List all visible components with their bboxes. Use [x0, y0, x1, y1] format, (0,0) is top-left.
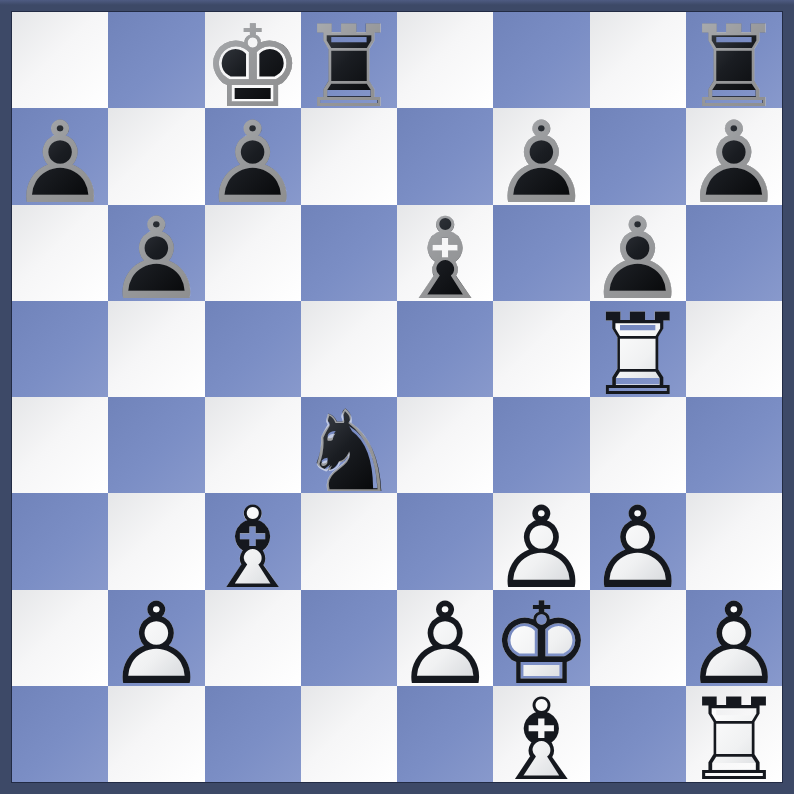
square-g2[interactable]	[590, 590, 686, 686]
square-a3[interactable]	[12, 493, 108, 589]
black-pawn-outline-glyph: ♙	[686, 115, 782, 211]
black-bishop[interactable]: ♝♗	[397, 205, 493, 301]
white-king[interactable]: ♚♔	[493, 590, 589, 686]
square-d3[interactable]	[301, 493, 397, 589]
black-knight-outline-glyph: ♘	[301, 404, 397, 500]
square-g1[interactable]	[590, 686, 686, 782]
square-e7[interactable]	[397, 108, 493, 204]
white-pawn-body-glyph: ♟	[590, 500, 686, 596]
black-rook-outline-glyph: ♖	[301, 19, 397, 115]
black-pawn-body-glyph: ♟	[108, 212, 204, 308]
white-pawn-outline-glyph: ♙	[108, 597, 204, 693]
square-d5[interactable]	[301, 301, 397, 397]
square-f4[interactable]	[493, 397, 589, 493]
black-pawn-outline-glyph: ♙	[493, 115, 589, 211]
black-pawn-body-glyph: ♟	[590, 212, 686, 308]
square-d4[interactable]: ♞♘	[301, 397, 397, 493]
white-rook-outline-glyph: ♖	[686, 693, 782, 789]
black-king[interactable]: ♚♔	[205, 12, 301, 108]
square-a5[interactable]	[12, 301, 108, 397]
square-g3[interactable]: ♟♙	[590, 493, 686, 589]
black-rook-body-glyph: ♜	[301, 19, 397, 115]
black-pawn[interactable]: ♟♙	[686, 108, 782, 204]
square-c2[interactable]	[205, 590, 301, 686]
black-knight-body-glyph: ♞	[301, 404, 397, 500]
black-pawn-body-glyph: ♟	[686, 115, 782, 211]
black-rook-outline-glyph: ♖	[686, 19, 782, 115]
square-g8[interactable]	[590, 12, 686, 108]
square-b5[interactable]	[108, 301, 204, 397]
square-h5[interactable]	[686, 301, 782, 397]
white-bishop[interactable]: ♝♗	[205, 493, 301, 589]
square-e1[interactable]	[397, 686, 493, 782]
white-pawn-outline-glyph: ♙	[590, 500, 686, 596]
square-b1[interactable]	[108, 686, 204, 782]
black-bishop-body-glyph: ♝	[397, 212, 493, 308]
square-d2[interactable]	[301, 590, 397, 686]
square-e3[interactable]	[397, 493, 493, 589]
white-rook-outline-glyph: ♖	[590, 308, 686, 404]
white-bishop-body-glyph: ♝	[205, 500, 301, 596]
white-pawn[interactable]: ♟♙	[108, 590, 204, 686]
square-b8[interactable]	[108, 12, 204, 108]
black-rook-body-glyph: ♜	[686, 19, 782, 115]
square-b6[interactable]: ♟♙	[108, 205, 204, 301]
black-pawn-outline-glyph: ♙	[12, 115, 108, 211]
white-bishop-outline-glyph: ♗	[493, 693, 589, 789]
black-pawn[interactable]: ♟♙	[12, 108, 108, 204]
black-pawn[interactable]: ♟♙	[205, 108, 301, 204]
square-e4[interactable]	[397, 397, 493, 493]
white-rook[interactable]: ♜♖	[590, 301, 686, 397]
square-b3[interactable]	[108, 493, 204, 589]
board-frame: ♚♔♜♖♜♖♟♙♟♙♟♙♟♙♟♙♝♗♟♙♜♖♞♘♝♗♟♙♟♙♟♙♟♙♚♔♟♙♝♗…	[0, 0, 794, 794]
square-c6[interactable]	[205, 205, 301, 301]
white-pawn-body-glyph: ♟	[493, 500, 589, 596]
white-bishop-outline-glyph: ♗	[205, 500, 301, 596]
square-h8[interactable]: ♜♖	[686, 12, 782, 108]
square-c4[interactable]	[205, 397, 301, 493]
white-bishop-body-glyph: ♝	[493, 693, 589, 789]
white-pawn[interactable]: ♟♙	[686, 590, 782, 686]
black-pawn[interactable]: ♟♙	[108, 205, 204, 301]
square-d7[interactable]	[301, 108, 397, 204]
square-g4[interactable]	[590, 397, 686, 493]
black-pawn-outline-glyph: ♙	[205, 115, 301, 211]
square-a7[interactable]: ♟♙	[12, 108, 108, 204]
black-king-outline-glyph: ♔	[205, 19, 301, 115]
black-pawn-body-glyph: ♟	[12, 115, 108, 211]
white-pawn[interactable]: ♟♙	[590, 493, 686, 589]
square-h4[interactable]	[686, 397, 782, 493]
black-pawn-outline-glyph: ♙	[590, 212, 686, 308]
square-b7[interactable]	[108, 108, 204, 204]
square-g6[interactable]: ♟♙	[590, 205, 686, 301]
white-king-outline-glyph: ♔	[493, 597, 589, 693]
white-pawn-outline-glyph: ♙	[493, 500, 589, 596]
square-a6[interactable]	[12, 205, 108, 301]
square-e6[interactable]: ♝♗	[397, 205, 493, 301]
white-rook-body-glyph: ♜	[590, 308, 686, 404]
white-pawn-body-glyph: ♟	[108, 597, 204, 693]
square-c8[interactable]: ♚♔	[205, 12, 301, 108]
white-king-body-glyph: ♚	[493, 597, 589, 693]
square-e8[interactable]	[397, 12, 493, 108]
square-c1[interactable]	[205, 686, 301, 782]
square-f5[interactable]	[493, 301, 589, 397]
square-c7[interactable]: ♟♙	[205, 108, 301, 204]
square-b4[interactable]	[108, 397, 204, 493]
black-pawn-body-glyph: ♟	[493, 115, 589, 211]
black-king-body-glyph: ♚	[205, 19, 301, 115]
white-pawn-body-glyph: ♟	[686, 597, 782, 693]
black-pawn-outline-glyph: ♙	[108, 212, 204, 308]
square-h6[interactable]	[686, 205, 782, 301]
square-a4[interactable]	[12, 397, 108, 493]
white-pawn-body-glyph: ♟	[397, 597, 493, 693]
square-f7[interactable]: ♟♙	[493, 108, 589, 204]
white-bishop[interactable]: ♝♗	[493, 686, 589, 782]
square-g7[interactable]	[590, 108, 686, 204]
white-pawn[interactable]: ♟♙	[397, 590, 493, 686]
square-f1[interactable]: ♝♗	[493, 686, 589, 782]
black-knight[interactable]: ♞♘	[301, 397, 397, 493]
square-d6[interactable]	[301, 205, 397, 301]
white-pawn-outline-glyph: ♙	[686, 597, 782, 693]
square-f2[interactable]: ♚♔	[493, 590, 589, 686]
square-a8[interactable]	[12, 12, 108, 108]
square-d1[interactable]	[301, 686, 397, 782]
black-pawn-body-glyph: ♟	[205, 115, 301, 211]
white-pawn-outline-glyph: ♙	[397, 597, 493, 693]
square-c5[interactable]	[205, 301, 301, 397]
white-rook-body-glyph: ♜	[686, 693, 782, 789]
black-rook[interactable]: ♜♖	[301, 12, 397, 108]
black-pawn[interactable]: ♟♙	[590, 205, 686, 301]
black-rook[interactable]: ♜♖	[686, 12, 782, 108]
square-f3[interactable]: ♟♙	[493, 493, 589, 589]
white-rook[interactable]: ♜♖	[686, 686, 782, 782]
square-g5[interactable]: ♜♖	[590, 301, 686, 397]
white-pawn[interactable]: ♟♙	[493, 493, 589, 589]
square-h7[interactable]: ♟♙	[686, 108, 782, 204]
square-h3[interactable]	[686, 493, 782, 589]
chess-board: ♚♔♜♖♜♖♟♙♟♙♟♙♟♙♟♙♝♗♟♙♜♖♞♘♝♗♟♙♟♙♟♙♟♙♚♔♟♙♝♗…	[12, 12, 782, 782]
square-a2[interactable]	[12, 590, 108, 686]
black-pawn[interactable]: ♟♙	[493, 108, 589, 204]
square-c3[interactable]: ♝♗	[205, 493, 301, 589]
square-d8[interactable]: ♜♖	[301, 12, 397, 108]
square-b2[interactable]: ♟♙	[108, 590, 204, 686]
square-h1[interactable]: ♜♖	[686, 686, 782, 782]
square-h2[interactable]: ♟♙	[686, 590, 782, 686]
square-a1[interactable]	[12, 686, 108, 782]
square-f6[interactable]	[493, 205, 589, 301]
square-f8[interactable]	[493, 12, 589, 108]
black-bishop-outline-glyph: ♗	[397, 212, 493, 308]
square-e5[interactable]	[397, 301, 493, 397]
square-e2[interactable]: ♟♙	[397, 590, 493, 686]
